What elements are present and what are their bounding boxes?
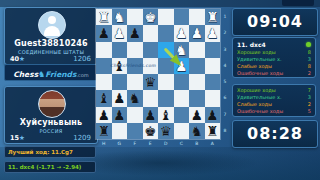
- piece-wN-g1[interactable]: ♞: [112, 9, 128, 25]
- piece-bR-a8[interactable]: ♜: [205, 123, 221, 139]
- piece-bN-b8[interactable]: ♞: [189, 123, 205, 139]
- square-e7[interactable]: ♟: [143, 107, 159, 123]
- square-d4[interactable]: [158, 58, 174, 74]
- square-d3[interactable]: [158, 42, 174, 58]
- square-a6[interactable]: [205, 90, 221, 106]
- stat-label: Хорошие ходы: [237, 49, 276, 56]
- analysis-screen: Guest38810246 СОЕДИНЕННЫЕ ШТАТЫ 40★ 1206…: [0, 0, 320, 180]
- square-e1[interactable]: ♚: [143, 9, 159, 25]
- square-h7[interactable]: ♟: [96, 107, 112, 123]
- stat-row: Слабые ходы 8: [237, 63, 311, 70]
- file-label-D: D: [158, 140, 174, 147]
- square-f8[interactable]: [127, 123, 143, 139]
- stat-label: Хорошие ходы: [237, 87, 276, 94]
- stat-label: Удивительные х.: [237, 56, 282, 63]
- piece-bB-g4[interactable]: ♝: [112, 58, 128, 74]
- piece-wP-g2[interactable]: ♟: [112, 25, 128, 41]
- stat-value: 3: [308, 94, 311, 101]
- avatar-black: [38, 90, 66, 118]
- square-b3[interactable]: [189, 42, 205, 58]
- square-d8[interactable]: ♛: [158, 123, 174, 139]
- piece-bK-e8[interactable]: ♚: [143, 123, 159, 139]
- player-rating-white: 1206: [73, 55, 91, 63]
- piece-wP-c4[interactable]: ♟: [174, 58, 190, 74]
- file-label-A: A: [205, 140, 221, 147]
- stat-label: Ошибочные ходы: [237, 108, 283, 115]
- square-b4[interactable]: [189, 58, 205, 74]
- square-d5[interactable]: [158, 74, 174, 90]
- logo-text-chess: Chess: [13, 70, 38, 79]
- square-a4[interactable]: [205, 58, 221, 74]
- square-f1[interactable]: [127, 9, 143, 25]
- square-h4[interactable]: [96, 58, 112, 74]
- piece-bP-g7[interactable]: ♟: [112, 107, 128, 123]
- player-rating-black: 1209: [73, 134, 91, 142]
- star-icon: ★: [19, 134, 25, 142]
- stat-row: Удивительные х. 3: [237, 94, 311, 101]
- piece-bQ-d8[interactable]: ♛: [158, 123, 174, 139]
- piece-wR-a1[interactable]: ♜: [205, 9, 221, 25]
- square-a2[interactable]: ♟: [205, 25, 221, 41]
- avatar-white: [38, 11, 66, 39]
- stat-value: 7: [308, 87, 311, 94]
- square-c1[interactable]: [174, 9, 190, 25]
- chess-board: ♜♞♚♜♟♟♟♟♟♟♞♝♟♛♝♟♞♟♟♟♝♟♟♜♚♛♞♜: [96, 9, 220, 139]
- square-d1[interactable]: [158, 9, 174, 25]
- square-d6[interactable]: [158, 90, 174, 106]
- square-c4[interactable]: ♟: [174, 58, 190, 74]
- stat-row: Хорошие ходы 8: [237, 49, 311, 56]
- piece-wR-h1[interactable]: ♜: [96, 9, 112, 25]
- square-c6[interactable]: [174, 90, 190, 106]
- stats-panel-white: 11. dxc4 Хорошие ходы 8 Удивительные х. …: [232, 37, 316, 78]
- square-f4[interactable]: [127, 58, 143, 74]
- square-h5[interactable]: [96, 74, 112, 90]
- stat-row: Удивительные х. 3: [237, 56, 311, 63]
- square-b8[interactable]: ♞: [189, 123, 205, 139]
- piece-bR-h8[interactable]: ♜: [96, 123, 112, 139]
- square-h1[interactable]: ♜: [96, 9, 112, 25]
- rank-label-1: 1: [221, 9, 229, 25]
- star-count: 15: [10, 134, 19, 142]
- square-b2[interactable]: ♟: [189, 25, 205, 41]
- square-g8[interactable]: [112, 123, 128, 139]
- stat-label: Слабые ходы: [237, 101, 272, 108]
- stat-row: Хорошие ходы 7: [237, 87, 311, 94]
- stat-value: 2: [308, 101, 311, 108]
- square-a3[interactable]: [205, 42, 221, 58]
- square-d2[interactable]: [158, 25, 174, 41]
- square-b7[interactable]: ♟: [189, 107, 205, 123]
- square-f6[interactable]: ♞: [127, 90, 143, 106]
- person-icon: [48, 16, 56, 24]
- square-c8[interactable]: [174, 123, 190, 139]
- square-a5[interactable]: [205, 74, 221, 90]
- square-h2[interactable]: ♟: [96, 25, 112, 41]
- piece-bP-g6[interactable]: ♟: [112, 90, 128, 106]
- piece-bP-f2[interactable]: ♟: [127, 25, 143, 41]
- square-h6[interactable]: ♝: [96, 90, 112, 106]
- square-g2[interactable]: ♟: [112, 25, 128, 41]
- square-a8[interactable]: ♜: [205, 123, 221, 139]
- stat-value: 8: [308, 49, 311, 56]
- clock-white: 09:04: [232, 8, 318, 36]
- corner-tab: [282, 0, 314, 6]
- played-move-box: 11. dxc4 (-1.71 → -2.94): [4, 161, 96, 173]
- rank-label-3: 3: [221, 42, 229, 58]
- player-stars-white: 40★: [10, 55, 25, 63]
- square-e3[interactable]: [143, 42, 159, 58]
- piece-wP-a2[interactable]: ♟: [205, 25, 221, 41]
- stat-value: 8: [308, 63, 311, 70]
- rank-label-5: 5: [221, 74, 229, 90]
- stat-value: 2: [308, 70, 311, 77]
- piece-bN-f6[interactable]: ♞: [127, 90, 143, 106]
- square-e2[interactable]: [143, 25, 159, 41]
- stat-label: Удивительные х.: [237, 94, 282, 101]
- file-labels: HGFEDCBA: [96, 140, 220, 147]
- logo-tld: .com: [76, 72, 88, 78]
- square-e4[interactable]: [143, 58, 159, 74]
- square-b5[interactable]: [189, 74, 205, 90]
- piece-bP-h7[interactable]: ♟: [96, 107, 112, 123]
- piece-bB-d7[interactable]: ♝: [158, 107, 174, 123]
- rank-label-7: 7: [221, 107, 229, 123]
- square-e8[interactable]: ♚: [143, 123, 159, 139]
- piece-bP-b7[interactable]: ♟: [189, 107, 205, 123]
- stat-row: Ошибочные ходы 2: [237, 70, 311, 77]
- player-name-black: Хуйсуньвынь: [5, 118, 97, 127]
- logo-banner: Chess♞Friends.com: [4, 64, 98, 81]
- square-b6[interactable]: [189, 90, 205, 106]
- square-d7[interactable]: ♝: [158, 107, 174, 123]
- stat-value: 3: [308, 56, 311, 63]
- rank-label-6: 6: [221, 90, 229, 106]
- file-label-G: G: [112, 140, 128, 147]
- rank-label-8: 8: [221, 123, 229, 139]
- file-label-F: F: [127, 140, 143, 147]
- star-icon: ★: [19, 55, 25, 63]
- file-label-H: H: [96, 140, 112, 147]
- stats-header: 11. dxc4: [237, 40, 311, 49]
- rank-label-2: 2: [221, 25, 229, 41]
- square-c7[interactable]: [174, 107, 190, 123]
- square-e6[interactable]: [143, 90, 159, 106]
- stat-value: 5: [308, 108, 311, 115]
- square-f3[interactable]: [127, 42, 143, 58]
- best-move-box: Лучший ход: 11.Сg7: [4, 146, 96, 158]
- stats-panel-black: Хорошие ходы 7 Удивительные х. 3 Слабые …: [232, 84, 316, 117]
- file-label-E: E: [143, 140, 159, 147]
- move-quality-dot: [306, 42, 311, 47]
- square-f2[interactable]: ♟: [127, 25, 143, 41]
- piece-wK-e1[interactable]: ♚: [143, 9, 159, 25]
- stat-label: Ошибочные ходы: [237, 70, 283, 77]
- rank-label-4: 4: [221, 58, 229, 74]
- square-b1[interactable]: [189, 9, 205, 25]
- square-e5[interactable]: ♛: [143, 74, 159, 90]
- square-f7[interactable]: [127, 107, 143, 123]
- file-label-B: B: [189, 140, 205, 147]
- square-a1[interactable]: ♜: [205, 9, 221, 25]
- square-g7[interactable]: ♟: [112, 107, 128, 123]
- square-g3[interactable]: [112, 42, 128, 58]
- square-c3[interactable]: ♞: [174, 42, 190, 58]
- piece-bP-h2[interactable]: ♟: [96, 25, 112, 41]
- stat-row: Слабые ходы 2: [237, 101, 311, 108]
- square-g5[interactable]: [112, 74, 128, 90]
- square-h8[interactable]: ♜: [96, 123, 112, 139]
- stat-row: Ошибочные ходы 5: [237, 108, 311, 115]
- piece-bQ-e5[interactable]: ♛: [143, 74, 159, 90]
- player-card-white: Guest38810246 СОЕДИНЕННЫЕ ШТАТЫ 40★ 1206: [4, 7, 98, 65]
- piece-wN-c3[interactable]: ♞: [174, 42, 190, 58]
- square-h3[interactable]: [96, 42, 112, 58]
- rank-labels: 12345678: [221, 9, 229, 139]
- player-card-black: Хуйсуньвынь РОССИЯ 15★ 1209: [4, 86, 98, 144]
- piece-bP-a7[interactable]: ♟: [205, 107, 221, 123]
- piece-wP-c2[interactable]: ♟: [174, 25, 190, 41]
- star-count: 40: [10, 55, 19, 63]
- square-g1[interactable]: ♞: [112, 9, 128, 25]
- square-g4[interactable]: ♝: [112, 58, 128, 74]
- square-g6[interactable]: ♟: [112, 90, 128, 106]
- file-label-C: C: [174, 140, 190, 147]
- player-stars-black: 15★: [10, 134, 25, 142]
- logo-text-friends: Friends: [45, 70, 76, 79]
- square-c2[interactable]: ♟: [174, 25, 190, 41]
- square-a7[interactable]: ♟: [205, 107, 221, 123]
- piece-bP-e7[interactable]: ♟: [143, 107, 159, 123]
- square-c5[interactable]: [174, 74, 190, 90]
- piece-bB-h6[interactable]: ♝: [96, 90, 112, 106]
- top-band: [0, 0, 320, 7]
- person-icon-body: [44, 26, 60, 36]
- player-name-white: Guest38810246: [5, 39, 97, 48]
- square-f5[interactable]: [127, 74, 143, 90]
- current-move-label: 11. dxc4: [237, 41, 266, 48]
- clock-black: 08:28: [232, 120, 318, 148]
- piece-wP-b2[interactable]: ♟: [189, 25, 205, 41]
- stat-label: Слабые ходы: [237, 63, 272, 70]
